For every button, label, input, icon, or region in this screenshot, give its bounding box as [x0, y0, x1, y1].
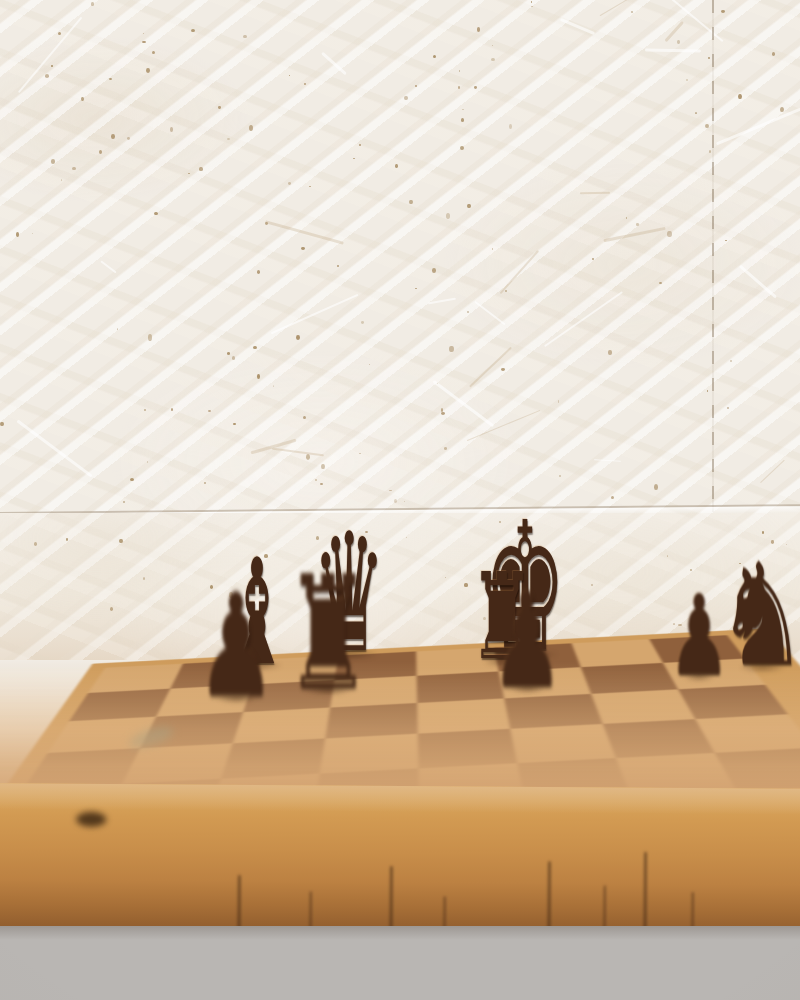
square-e5[interactable] [418, 729, 517, 769]
wood-knot [76, 812, 106, 827]
square-b5[interactable] [122, 743, 233, 784]
square-f5[interactable] [510, 724, 616, 763]
piece-black-pawn-g7[interactable]: ♟ [668, 580, 730, 691]
board-front-edge [0, 783, 800, 937]
square-c5[interactable] [221, 738, 325, 778]
photo-scene: ♛♚♜♝♞♟♟♜♟ [0, 0, 800, 1000]
piece-black-pawn-b6[interactable]: ♟ [197, 575, 276, 717]
wall [0, 0, 800, 660]
wall-panel-seam-vertical [712, 0, 714, 512]
floor [0, 926, 800, 1000]
piece-black-rook-c6[interactable]: ♜ [285, 555, 372, 711]
square-h5[interactable] [695, 714, 800, 753]
piece-black-pawn-e6[interactable]: ♟ [491, 575, 564, 706]
square-d5[interactable] [320, 734, 419, 774]
